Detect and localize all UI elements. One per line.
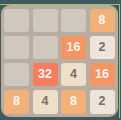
tile-8: 8: [4, 90, 29, 114]
empty-cell: [61, 9, 86, 33]
board-grid[interactable]: 8162324168482: [1, 5, 119, 117]
empty-cell: [4, 9, 29, 33]
tile-32: 32: [33, 63, 58, 87]
tile-2: 2: [90, 90, 115, 114]
empty-cell: [33, 9, 58, 33]
tile-2: 2: [90, 36, 115, 60]
tile-4: 4: [61, 63, 86, 87]
tile-4: 4: [33, 90, 58, 114]
tile-16: 16: [90, 63, 115, 87]
game-screen: 8162324168482: [0, 0, 120, 120]
empty-cell: [4, 63, 29, 87]
tile-8: 8: [61, 90, 86, 114]
tile-8: 8: [90, 9, 115, 33]
tile-16: 16: [61, 36, 86, 60]
empty-cell: [33, 36, 58, 60]
accent-line-right: [119, 4, 121, 118]
empty-cell: [4, 36, 29, 60]
